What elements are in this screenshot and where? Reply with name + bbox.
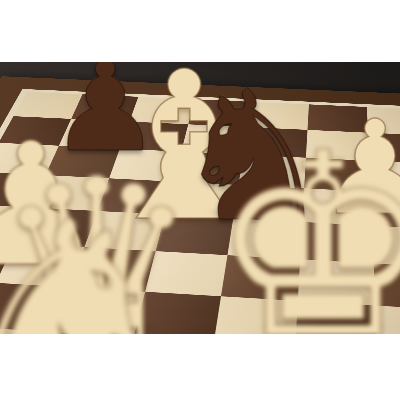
chessboard-photo: ♟♝♞♟♟♛♚♞ xyxy=(0,62,400,334)
piece-white-king-f3[interactable]: ♚ xyxy=(209,119,400,334)
pieces-layer: ♟♝♞♟♟♛♚♞ xyxy=(0,62,400,334)
product-photo-page: ♟♝♞♟♟♛♚♞ xyxy=(0,0,400,400)
piece-white-knight-b2[interactable]: ♞ xyxy=(0,186,181,334)
